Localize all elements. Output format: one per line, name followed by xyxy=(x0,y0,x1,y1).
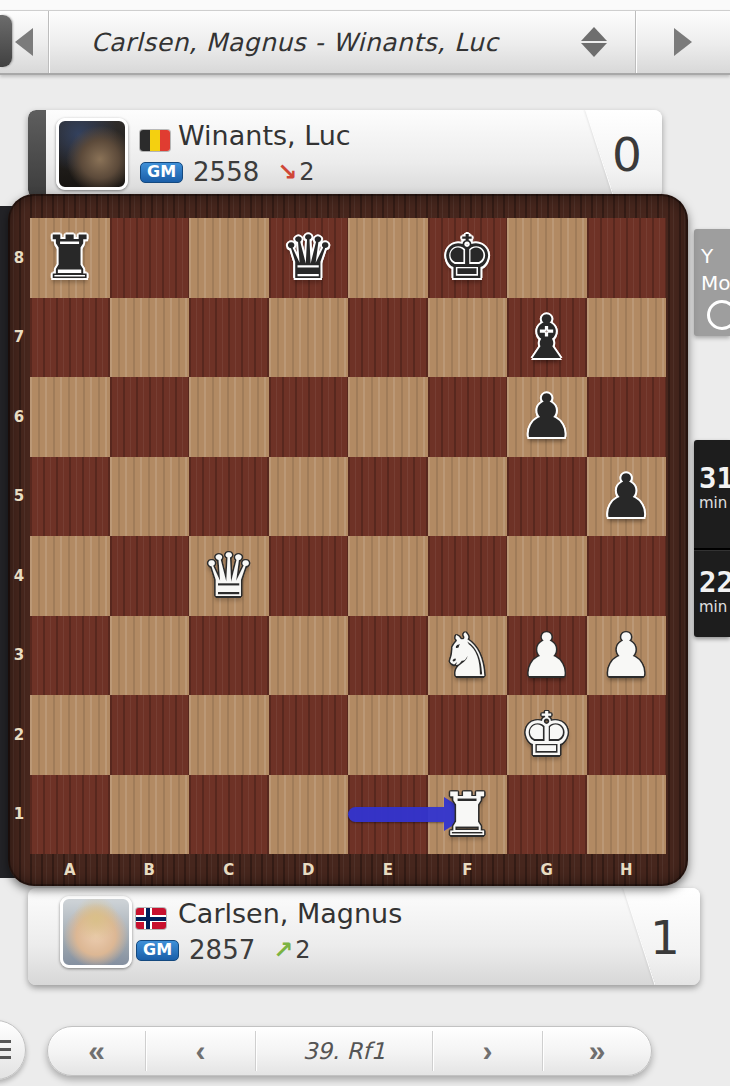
current-move-label: 39. Rf1 xyxy=(256,1027,432,1075)
square-c8[interactable] xyxy=(189,218,269,298)
rank-label-8: 8 xyxy=(8,218,30,298)
clock-black-unit: min xyxy=(694,494,730,512)
square-b4[interactable] xyxy=(110,536,190,616)
game-selector-bar: Carlsen, Magnus - Winants, Luc xyxy=(0,10,730,75)
move-nav-bar: « ‹ 39. Rf1 › » xyxy=(0,1012,730,1086)
square-a4[interactable] xyxy=(30,536,110,616)
square-h8[interactable] xyxy=(587,218,667,298)
square-g4[interactable] xyxy=(507,536,587,616)
square-f7[interactable] xyxy=(428,298,508,378)
player-avatar-white xyxy=(60,896,132,968)
piece-white-pawn[interactable]: ♟ xyxy=(507,616,587,696)
chess-board: 87654321 ABCDEFGH ♜♛♚♝♟♟♛♞♟♟♚♜ xyxy=(8,194,688,886)
square-d6[interactable] xyxy=(269,377,349,457)
square-h6[interactable] xyxy=(587,377,667,457)
square-a3[interactable] xyxy=(30,616,110,696)
belgium-flag-icon xyxy=(140,130,170,151)
file-label-d: D xyxy=(269,854,349,886)
square-a7[interactable] xyxy=(30,298,110,378)
square-c1[interactable] xyxy=(189,775,269,855)
move-list-button[interactable] xyxy=(0,1020,26,1080)
player-card-white: Carlsen, Magnus GM 2857 ↗ 2 1 xyxy=(28,888,700,985)
rank-label-4: 4 xyxy=(8,536,30,616)
piece-white-knight[interactable]: ♞ xyxy=(428,616,508,696)
rank-label-2: 2 xyxy=(8,695,30,775)
square-b8[interactable] xyxy=(110,218,190,298)
player-card-background xyxy=(46,110,662,198)
square-g2[interactable]: ♚ xyxy=(507,695,587,775)
first-move-button[interactable]: « xyxy=(48,1027,145,1075)
norway-flag-icon xyxy=(136,908,166,929)
player-name-black: Winants, Luc xyxy=(178,120,351,151)
next-game-button[interactable] xyxy=(636,11,730,73)
notification-text-line1: Y xyxy=(701,243,730,270)
edge-button-cutoff[interactable] xyxy=(0,15,12,67)
rating-up-icon: ↗ xyxy=(273,938,293,962)
player-avatar-black xyxy=(56,118,128,190)
square-e4[interactable] xyxy=(348,536,428,616)
square-h7[interactable] xyxy=(587,298,667,378)
piece-black-pawn[interactable]: ♟ xyxy=(507,377,587,457)
player-rating-white: 2857 xyxy=(189,935,255,965)
player-score-white: 1 xyxy=(650,909,680,964)
player-rating-black: 2558 xyxy=(193,157,259,187)
rank-label-3: 3 xyxy=(8,616,30,696)
square-b7[interactable] xyxy=(110,298,190,378)
board-squares: ♜♛♚♝♟♟♛♞♟♟♚♜ xyxy=(30,218,666,854)
clock-white-time: 222 xyxy=(694,566,730,598)
square-f6[interactable] xyxy=(428,377,508,457)
square-a8[interactable]: ♜ xyxy=(30,218,110,298)
piece-black-bishop[interactable]: ♝ xyxy=(507,298,587,378)
file-label-h: H xyxy=(587,854,667,886)
piece-white-rook[interactable]: ♜ xyxy=(428,775,508,855)
square-g5[interactable] xyxy=(507,457,587,537)
square-a6[interactable] xyxy=(30,377,110,457)
player-details-black: GM 2558 ↘ 2 xyxy=(140,158,315,186)
square-a2[interactable] xyxy=(30,695,110,775)
rating-change-white: 2 xyxy=(295,936,310,964)
notification-ring-icon xyxy=(707,300,730,330)
square-d1[interactable] xyxy=(269,775,349,855)
piece-white-king[interactable]: ♚ xyxy=(507,695,587,775)
next-game-icon xyxy=(674,28,692,56)
square-b1[interactable] xyxy=(110,775,190,855)
square-f3[interactable]: ♞ xyxy=(428,616,508,696)
prev-game-icon xyxy=(15,28,33,56)
square-b2[interactable] xyxy=(110,695,190,775)
square-d4[interactable] xyxy=(269,536,349,616)
piece-white-pawn[interactable]: ♟ xyxy=(587,616,667,696)
app-screen: Carlsen, Magnus - Winants, Luc Winants, … xyxy=(0,0,730,1086)
file-label-g: G xyxy=(507,854,587,886)
square-c7[interactable] xyxy=(189,298,269,378)
move-nav-pill: « ‹ 39. Rf1 › » xyxy=(47,1026,652,1076)
clock-white-unit: min xyxy=(694,598,730,616)
rank-labels: 87654321 xyxy=(8,218,30,854)
square-c2[interactable] xyxy=(189,695,269,775)
square-a1[interactable] xyxy=(30,775,110,855)
rank-label-7: 7 xyxy=(8,298,30,378)
rank-label-6: 6 xyxy=(8,377,30,457)
square-f4[interactable] xyxy=(428,536,508,616)
clock-cut-digit: 1 xyxy=(716,461,730,495)
player-details-white: GM 2857 ↗ 2 xyxy=(136,936,311,964)
square-e2[interactable] xyxy=(348,695,428,775)
player-card-black: Winants, Luc GM 2558 ↘ 2 0 xyxy=(28,110,662,198)
square-e3[interactable] xyxy=(348,616,428,696)
square-b3[interactable] xyxy=(110,616,190,696)
square-g8[interactable] xyxy=(507,218,587,298)
square-b6[interactable] xyxy=(110,377,190,457)
player-name-white: Carlsen, Magnus xyxy=(178,898,402,929)
prev-move-button[interactable]: ‹ xyxy=(146,1027,255,1075)
sort-arrows-icon xyxy=(581,27,607,57)
square-b5[interactable] xyxy=(110,457,190,537)
piece-black-rook[interactable]: ♜ xyxy=(30,218,110,298)
file-label-e: E xyxy=(348,854,428,886)
next-move-button[interactable]: › xyxy=(433,1027,542,1075)
game-title: Carlsen, Magnus - Winants, Luc xyxy=(91,28,498,57)
your-move-panel[interactable]: Y Mo xyxy=(694,229,730,336)
piece-black-king[interactable]: ♚ xyxy=(428,218,508,298)
clock-seam xyxy=(694,548,730,550)
square-g7[interactable]: ♝ xyxy=(507,298,587,378)
square-h5[interactable]: ♟ xyxy=(587,457,667,537)
square-h1[interactable] xyxy=(587,775,667,855)
file-label-f: F xyxy=(428,854,508,886)
square-f5[interactable] xyxy=(428,457,508,537)
square-d5[interactable] xyxy=(269,457,349,537)
clock-black: 31 min xyxy=(694,462,730,512)
square-d2[interactable] xyxy=(269,695,349,775)
rank-label-1: 1 xyxy=(8,775,30,855)
notification-text-line2: Mo xyxy=(701,270,730,297)
piece-black-queen[interactable]: ♛ xyxy=(269,218,349,298)
square-f1[interactable]: ♜ xyxy=(428,775,508,855)
square-g1[interactable] xyxy=(507,775,587,855)
square-f2[interactable] xyxy=(428,695,508,775)
square-g6[interactable]: ♟ xyxy=(507,377,587,457)
clock-black-time: 31 xyxy=(694,462,730,494)
square-d3[interactable] xyxy=(269,616,349,696)
clock-white: 222 min xyxy=(694,566,730,616)
square-d7[interactable] xyxy=(269,298,349,378)
square-c3[interactable] xyxy=(189,616,269,696)
square-d8[interactable]: ♛ xyxy=(269,218,349,298)
piece-black-pawn[interactable]: ♟ xyxy=(587,457,667,537)
square-f8[interactable]: ♚ xyxy=(428,218,508,298)
square-h4[interactable] xyxy=(587,536,667,616)
square-c6[interactable] xyxy=(189,377,269,457)
file-label-c: C xyxy=(189,854,269,886)
square-e7[interactable] xyxy=(348,298,428,378)
clock-panel: 31 min 222 min xyxy=(694,440,730,637)
gm-badge: GM xyxy=(140,162,183,183)
player-score-black: 0 xyxy=(612,127,642,182)
square-e8[interactable] xyxy=(348,218,428,298)
square-a5[interactable] xyxy=(30,457,110,537)
last-move-button[interactable]: » xyxy=(543,1027,651,1075)
player-card-tab xyxy=(28,110,46,198)
square-h2[interactable] xyxy=(587,695,667,775)
square-c4[interactable]: ♛ xyxy=(189,536,269,616)
square-e5[interactable] xyxy=(348,457,428,537)
piece-white-queen[interactable]: ♛ xyxy=(189,536,269,616)
move-list-icon xyxy=(0,1040,11,1060)
rating-down-icon: ↘ xyxy=(277,160,297,184)
file-label-b: B xyxy=(110,854,190,886)
game-selector[interactable]: Carlsen, Magnus - Winants, Luc xyxy=(49,11,635,73)
file-label-a: A xyxy=(30,854,110,886)
gm-badge: GM xyxy=(136,940,179,961)
rating-change-black: 2 xyxy=(299,158,314,186)
square-h3[interactable]: ♟ xyxy=(587,616,667,696)
file-labels: ABCDEFGH xyxy=(30,854,666,886)
square-g3[interactable]: ♟ xyxy=(507,616,587,696)
square-c5[interactable] xyxy=(189,457,269,537)
square-e6[interactable] xyxy=(348,377,428,457)
rank-label-5: 5 xyxy=(8,457,30,537)
